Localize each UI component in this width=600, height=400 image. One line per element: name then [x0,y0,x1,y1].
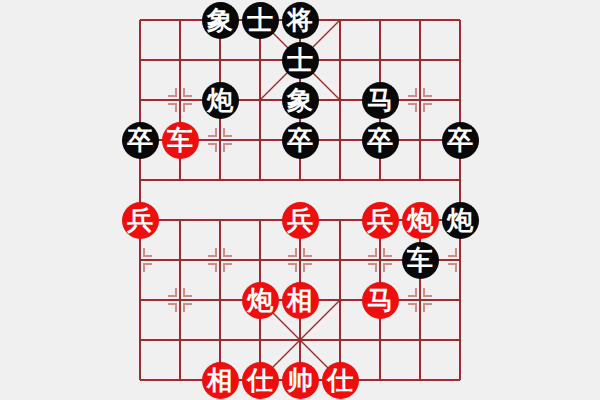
piece-black-advisor[interactable]: 士 [242,2,279,39]
piece-black-soldier[interactable]: 卒 [442,122,479,159]
piece-black-general[interactable]: 将 [282,2,319,39]
piece-red-advisor[interactable]: 仕 [242,362,279,399]
xiangqi-app: 象士将士炮象马卒卒卒卒炮车车兵兵兵炮炮相马相仕帅仕 [0,0,600,400]
piece-black-cannon[interactable]: 炮 [442,202,479,239]
piece-black-elephant[interactable]: 象 [202,2,239,39]
piece-red-soldier[interactable]: 兵 [122,202,159,239]
piece-black-elephant[interactable]: 象 [282,82,319,119]
piece-black-horse[interactable]: 马 [362,82,399,119]
piece-black-cannon[interactable]: 炮 [202,82,239,119]
piece-red-soldier[interactable]: 兵 [282,202,319,239]
piece-red-advisor[interactable]: 仕 [322,362,359,399]
piece-black-chariot[interactable]: 车 [402,242,439,279]
piece-red-cannon[interactable]: 炮 [402,202,439,239]
piece-red-cannon[interactable]: 炮 [242,282,279,319]
piece-red-general[interactable]: 帅 [282,362,319,399]
piece-black-soldier[interactable]: 卒 [282,122,319,159]
piece-black-advisor[interactable]: 士 [282,42,319,79]
piece-black-soldier[interactable]: 卒 [362,122,399,159]
piece-red-soldier[interactable]: 兵 [362,202,399,239]
xiangqi-board: 象士将士炮象马卒卒卒卒炮车车兵兵兵炮炮相马相仕帅仕 [0,0,600,400]
piece-red-chariot[interactable]: 车 [162,122,199,159]
piece-black-soldier[interactable]: 卒 [122,122,159,159]
piece-red-elephant[interactable]: 相 [202,362,239,399]
piece-red-horse[interactable]: 马 [362,282,399,319]
piece-red-elephant[interactable]: 相 [282,282,319,319]
piece-layer: 象士将士炮象马卒卒卒卒炮车车兵兵兵炮炮相马相仕帅仕 [120,0,480,400]
